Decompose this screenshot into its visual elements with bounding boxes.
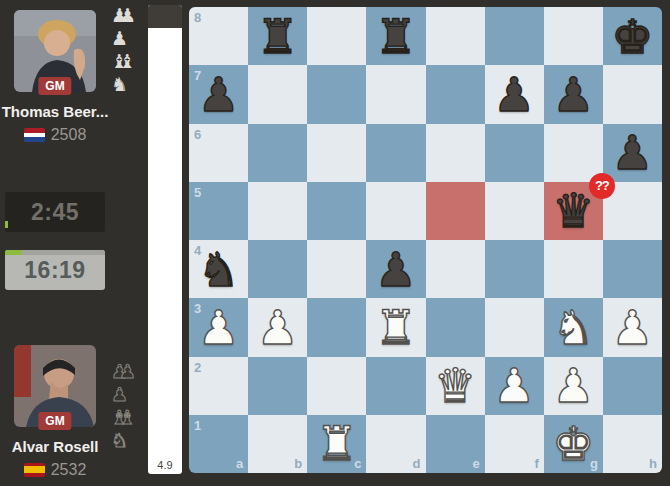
square-c5[interactable] — [307, 182, 366, 240]
square-g2[interactable]: ♟ — [544, 357, 603, 415]
square-c3[interactable] — [307, 298, 366, 356]
clock-top-time-bar — [5, 221, 8, 228]
square-a4[interactable]: 4♞ — [189, 240, 248, 298]
file-label-c: c — [354, 457, 361, 470]
chess-broadcast-app: GM Thomas Beer... 2508 ♟♟♟♝♝♞ 2:45 16:19… — [0, 0, 670, 486]
clock-top-time: 2:45 — [31, 199, 79, 226]
square-e6[interactable] — [426, 124, 485, 182]
square-d6[interactable] — [366, 124, 425, 182]
square-c7[interactable] — [307, 65, 366, 123]
rank-label-1: 1 — [194, 419, 201, 432]
white-knight: ♞ — [552, 304, 594, 351]
netherlands-flag-icon — [24, 128, 45, 142]
square-h1[interactable]: h — [603, 415, 662, 473]
file-label-h: h — [649, 457, 657, 470]
title-badge-bottom: GM — [38, 412, 71, 430]
square-a3[interactable]: 3♟ — [189, 298, 248, 356]
square-a5[interactable]: 5 — [189, 182, 248, 240]
square-a7[interactable]: 7♟ — [189, 65, 248, 123]
square-f5[interactable] — [485, 182, 544, 240]
rank-label-8: 8 — [194, 11, 201, 24]
captured-knight-icon: ♞ — [111, 75, 128, 94]
square-h2[interactable] — [603, 357, 662, 415]
black-knight: ♞ — [197, 246, 239, 293]
square-b1[interactable]: b — [248, 415, 307, 473]
square-c8[interactable] — [307, 7, 366, 65]
square-a6[interactable]: 6 — [189, 124, 248, 182]
black-queen: ♛ — [552, 187, 594, 234]
white-pawn: ♟ — [197, 304, 239, 351]
file-label-f: f — [534, 457, 538, 470]
captured-pawn-icon: ♟ — [119, 6, 136, 25]
captured-bishop-icon: ♝ — [119, 408, 136, 427]
captured-bishop-icon: ♝ — [119, 52, 136, 71]
rank-label-2: 2 — [194, 361, 201, 374]
clock-bottom-time: 16:19 — [24, 257, 85, 284]
black-pawn: ♟ — [375, 246, 417, 293]
rating-row-top: 2508 — [0, 126, 110, 144]
player-rating-top: 2508 — [51, 126, 87, 144]
square-h6[interactable]: ♟ — [603, 124, 662, 182]
square-g1[interactable]: g♚ — [544, 415, 603, 473]
captured-knight-icon: ♞ — [111, 431, 128, 450]
captured-pawn-icon: ♟ — [119, 362, 136, 381]
rank-label-3: 3 — [194, 302, 201, 315]
square-h3[interactable]: ♟ — [603, 298, 662, 356]
square-c4[interactable] — [307, 240, 366, 298]
square-d8[interactable]: ♜ — [366, 7, 425, 65]
square-g8[interactable] — [544, 7, 603, 65]
captured-pawn-icon: ♟ — [111, 385, 128, 404]
title-badge-top: GM — [38, 77, 71, 95]
white-rook: ♜ — [316, 420, 358, 467]
square-h4[interactable] — [603, 240, 662, 298]
square-d7[interactable] — [366, 65, 425, 123]
white-pawn: ♟ — [552, 362, 594, 409]
rank-label-5: 5 — [194, 186, 201, 199]
square-b3[interactable]: ♟ — [248, 298, 307, 356]
file-label-d: d — [413, 457, 421, 470]
black-king: ♚ — [611, 13, 653, 60]
square-d5[interactable] — [366, 182, 425, 240]
square-d2[interactable] — [366, 357, 425, 415]
file-label-e: e — [472, 457, 479, 470]
clock-top: 2:45 — [5, 192, 105, 232]
file-label-g: g — [590, 457, 598, 470]
white-pawn: ♟ — [493, 362, 535, 409]
file-label-a: a — [236, 457, 243, 470]
square-f1[interactable]: f — [485, 415, 544, 473]
square-d1[interactable]: d — [366, 415, 425, 473]
square-g3[interactable]: ♞ — [544, 298, 603, 356]
square-e3[interactable] — [426, 298, 485, 356]
spain-flag-icon — [24, 463, 45, 477]
square-d4[interactable]: ♟ — [366, 240, 425, 298]
square-g6[interactable] — [544, 124, 603, 182]
square-a2[interactable]: 2 — [189, 357, 248, 415]
square-f6[interactable] — [485, 124, 544, 182]
square-f2[interactable]: ♟ — [485, 357, 544, 415]
square-d3[interactable]: ♜ — [366, 298, 425, 356]
square-a8[interactable]: 8 — [189, 7, 248, 65]
square-e4[interactable] — [426, 240, 485, 298]
square-b2[interactable] — [248, 357, 307, 415]
eval-bar: 4.9 — [148, 5, 182, 474]
square-g7[interactable]: ♟ — [544, 65, 603, 123]
square-e7[interactable] — [426, 65, 485, 123]
square-e8[interactable] — [426, 7, 485, 65]
black-rook: ♜ — [257, 13, 299, 60]
captured-pawn-icon: ♟ — [111, 29, 128, 48]
square-c6[interactable] — [307, 124, 366, 182]
blunder-badge: ?? — [589, 173, 615, 199]
square-f3[interactable] — [485, 298, 544, 356]
square-h7[interactable] — [603, 65, 662, 123]
black-pawn: ♟ — [197, 71, 239, 118]
rank-label-6: 6 — [194, 128, 201, 141]
square-f4[interactable] — [485, 240, 544, 298]
black-pawn: ♟ — [611, 129, 653, 176]
player-name-top: Thomas Beer... — [0, 103, 110, 120]
clock-bottom: 16:19 — [5, 250, 105, 290]
square-f7[interactable]: ♟ — [485, 65, 544, 123]
white-rook: ♜ — [375, 304, 417, 351]
square-g4[interactable] — [544, 240, 603, 298]
white-king: ♚ — [552, 420, 594, 467]
square-f8[interactable] — [485, 7, 544, 65]
clock-bottom-time-bar — [5, 250, 22, 255]
square-b8[interactable]: ♜ — [248, 7, 307, 65]
rating-row-bottom: 2532 — [0, 461, 110, 479]
captured-pieces-bottom: ♟♟♟♝♝♞ — [111, 360, 147, 452]
player-rating-bottom: 2532 — [51, 461, 87, 479]
file-label-b: b — [294, 457, 302, 470]
chess-board: 8♜♜♚7♟♟♟6♟5♛??4♞♟3♟♟♜♞♟2♛♟♟1abc♜defg♚h — [189, 7, 662, 473]
eval-black-segment — [148, 5, 182, 28]
white-pawn: ♟ — [611, 304, 653, 351]
rank-label-7: 7 — [194, 69, 201, 82]
square-b6[interactable] — [248, 124, 307, 182]
square-b5[interactable] — [248, 182, 307, 240]
black-pawn: ♟ — [552, 71, 594, 118]
square-a1[interactable]: 1a — [189, 415, 248, 473]
square-b7[interactable] — [248, 65, 307, 123]
square-e2[interactable]: ♛ — [426, 357, 485, 415]
eval-value: 4.9 — [148, 459, 182, 471]
square-e1[interactable]: e — [426, 415, 485, 473]
rank-label-4: 4 — [194, 244, 201, 257]
square-h8[interactable]: ♚ — [603, 7, 662, 65]
captured-pieces-top: ♟♟♟♝♝♞ — [111, 4, 147, 96]
square-b4[interactable] — [248, 240, 307, 298]
square-c2[interactable] — [307, 357, 366, 415]
square-g5[interactable]: ♛?? — [544, 182, 603, 240]
black-pawn: ♟ — [493, 71, 535, 118]
player-name-bottom: Alvar Rosell — [0, 438, 110, 455]
square-c1[interactable]: c♜ — [307, 415, 366, 473]
black-rook: ♜ — [375, 13, 417, 60]
square-e5[interactable] — [426, 182, 485, 240]
white-queen: ♛ — [434, 362, 476, 409]
white-pawn: ♟ — [257, 304, 299, 351]
